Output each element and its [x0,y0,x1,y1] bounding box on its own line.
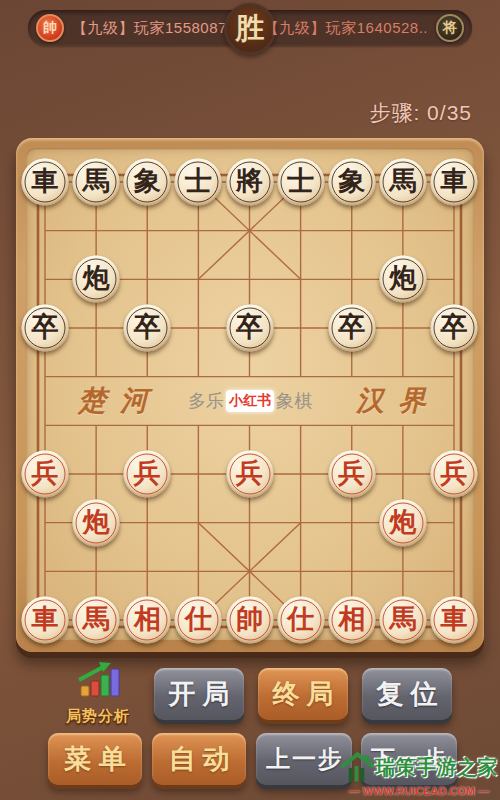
piece-char: 兵 [134,460,161,487]
piece-black-r0c2[interactable]: 象 [124,159,171,206]
river-watermark-suffix: 象棋 [276,389,312,413]
black-side-piece-char: 将 [443,19,457,37]
piece-char: 卒 [441,314,468,341]
red-side-piece-char: 帥 [43,19,57,37]
piece-char: 相 [338,606,365,633]
piece-black-r3c0[interactable]: 卒 [22,305,69,352]
piece-red-r6c2[interactable]: 兵 [124,451,171,498]
piece-black-r3c6[interactable]: 卒 [328,305,375,352]
piece-black-r3c8[interactable]: 卒 [431,305,478,352]
analysis-label: 局势分析 [46,707,150,726]
piece-black-r0c7[interactable]: 馬 [379,159,426,206]
piece-black-r0c0[interactable]: 車 [22,159,69,206]
piece-char: 車 [32,168,59,195]
xiangqi-board[interactable]: 楚河 多乐 小红书 象棋 汉界 車馬象士將士象馬車炮炮卒卒卒卒卒兵兵兵兵兵炮炮車… [16,138,484,652]
piece-red-r9c0[interactable]: 車 [22,597,69,644]
piece-char: 卒 [32,314,59,341]
river-watermark-badge: 小红书 [226,390,274,412]
step-counter: 步骤: 0/35 [369,99,472,127]
piece-red-r9c1[interactable]: 馬 [73,597,120,644]
match-header: 帥 【九级】玩家1558087.. 胜 【九级】玩家1640528.. 将 [28,10,472,46]
piece-char: 象 [338,168,365,195]
piece-black-r0c3[interactable]: 士 [175,159,222,206]
right-player-name: 【九级】玩家1640528.. [264,10,428,46]
piece-char: 兵 [236,460,263,487]
piece-char: 仕 [287,606,314,633]
piece-char: 馬 [389,606,416,633]
river-label-han-jie: 汉界 [356,378,440,424]
piece-black-r0c6[interactable]: 象 [328,159,375,206]
left-player-name: 【九级】玩家1558087.. [72,10,236,46]
undo-move-button[interactable]: 上一步 [256,733,352,785]
piece-char: 兵 [441,460,468,487]
piece-char: 士 [185,168,212,195]
black-side-piece-icon: 将 [436,14,464,42]
piece-red-r9c7[interactable]: 馬 [379,597,426,644]
open-game-button[interactable]: 开局 [154,668,244,720]
piece-red-r9c2[interactable]: 相 [124,597,171,644]
piece-red-r9c8[interactable]: 車 [431,597,478,644]
piece-red-r9c6[interactable]: 相 [328,597,375,644]
site-watermark: 瑞策手游之家 — WWW.RUICEAD.COM — [340,750,498,797]
piece-black-r0c8[interactable]: 車 [431,159,478,206]
piece-black-r0c4[interactable]: 將 [226,159,273,206]
piece-char: 炮 [83,265,110,292]
piece-red-r6c4[interactable]: 兵 [226,451,273,498]
piece-char: 相 [134,606,161,633]
piece-red-r6c6[interactable]: 兵 [328,451,375,498]
piece-black-r3c2[interactable]: 卒 [124,305,171,352]
piece-black-r2c7[interactable]: 炮 [379,256,426,303]
piece-char: 車 [32,606,59,633]
river-watermark: 多乐 小红书 象棋 [188,378,312,424]
piece-char: 炮 [83,508,110,535]
piece-black-r3c4[interactable]: 卒 [226,305,273,352]
piece-red-r9c4[interactable]: 帥 [226,597,273,644]
piece-char: 馬 [83,606,110,633]
piece-char: 士 [287,168,314,195]
river-label-chu-he: 楚河 [78,378,162,424]
analysis-button[interactable]: 局势分析 [46,660,150,726]
piece-char: 帥 [236,606,263,633]
piece-char: 兵 [32,460,59,487]
red-side-piece-icon: 帥 [36,14,64,42]
piece-black-r0c5[interactable]: 士 [277,159,324,206]
site-url: — WWW.RUICEAD.COM — [340,785,498,797]
piece-char: 馬 [389,168,416,195]
piece-char: 卒 [134,314,161,341]
piece-char: 兵 [338,460,365,487]
piece-char: 象 [134,168,161,195]
site-name: 瑞策手游之家 [375,754,498,781]
house-icon [340,750,375,784]
piece-red-r9c3[interactable]: 仕 [175,597,222,644]
piece-char: 仕 [185,606,212,633]
piece-red-r7c1[interactable]: 炮 [73,499,120,546]
piece-char: 炮 [389,508,416,535]
piece-char: 卒 [236,314,263,341]
piece-red-r6c8[interactable]: 兵 [431,451,478,498]
piece-black-r0c1[interactable]: 馬 [73,159,120,206]
piece-red-r6c0[interactable]: 兵 [22,451,69,498]
reset-button[interactable]: 复位 [362,668,452,720]
end-game-button[interactable]: 终局 [258,668,348,720]
piece-char: 馬 [83,168,110,195]
piece-char: 車 [441,168,468,195]
piece-char: 卒 [338,314,365,341]
menu-button[interactable]: 菜单 [48,733,142,785]
piece-black-r2c1[interactable]: 炮 [73,256,120,303]
auto-button[interactable]: 自动 [152,733,246,785]
river-watermark-prefix: 多乐 [188,389,224,413]
piece-char: 將 [236,168,263,195]
piece-red-r9c5[interactable]: 仕 [277,597,324,644]
xiangqi-app: 帥 【九级】玩家1558087.. 胜 【九级】玩家1640528.. 将 步骤… [0,0,500,800]
analysis-chart-icon [75,660,121,702]
piece-char: 炮 [389,265,416,292]
piece-char: 車 [441,606,468,633]
piece-red-r7c7[interactable]: 炮 [379,499,426,546]
